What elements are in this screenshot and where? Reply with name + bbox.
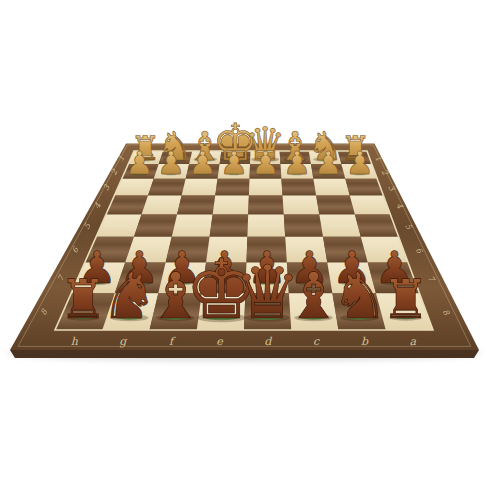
- file-label-h: h: [71, 335, 79, 348]
- black-knight-glyph: ♞: [331, 259, 388, 333]
- square-f3: [182, 179, 218, 196]
- black-rook-glyph: ♜: [59, 268, 107, 331]
- piece-black-rook: ♜: [381, 268, 429, 331]
- piece-white-pawn: ♟: [125, 145, 153, 181]
- piece-white-pawn: ♟: [220, 145, 248, 181]
- piece-white-pawn: ♟: [157, 145, 185, 181]
- white-pawn-glyph: ♟: [125, 145, 153, 181]
- white-pawn-glyph: ♟: [157, 145, 185, 181]
- chess-board: hgfedcba1234567812345678♜♞♝♚♛♝♞♜♟♟♟♟♟♟♟♟…: [0, 0, 488, 488]
- square-e4: [213, 195, 249, 214]
- piece-white-pawn: ♟: [283, 145, 311, 181]
- file-label-a: a: [410, 335, 417, 348]
- white-pawn-glyph: ♟: [188, 145, 216, 181]
- square-f5: [172, 215, 213, 237]
- square-g5: [134, 215, 177, 237]
- square-e3: [215, 179, 249, 196]
- square-d3: [249, 179, 283, 196]
- white-pawn-glyph: ♟: [314, 145, 342, 181]
- piece-white-pawn: ♟: [251, 145, 279, 181]
- white-pawn-glyph: ♟: [346, 145, 374, 181]
- square-e5: [210, 215, 249, 237]
- square-d5: [247, 215, 285, 237]
- square-g3: [148, 179, 186, 196]
- file-label-d: d: [264, 335, 272, 348]
- square-c5: [284, 215, 323, 237]
- file-label-c: c: [313, 335, 320, 348]
- white-pawn-glyph: ♟: [283, 145, 311, 181]
- file-label-b: b: [361, 335, 369, 348]
- piece-white-pawn: ♟: [314, 145, 342, 181]
- square-b5: [319, 215, 360, 237]
- square-g4: [141, 195, 181, 214]
- square-c4: [283, 195, 320, 214]
- square-d4: [248, 195, 284, 214]
- board-side-edge: [10, 350, 479, 358]
- piece-black-rook: ♜: [59, 268, 107, 331]
- white-pawn-glyph: ♟: [251, 145, 279, 181]
- square-b4: [316, 195, 355, 214]
- square-f4: [177, 195, 215, 214]
- chess-set-photo: hgfedcba1234567812345678♜♞♝♚♛♝♞♜♟♟♟♟♟♟♟♟…: [0, 0, 488, 488]
- black-rook-glyph: ♜: [381, 268, 429, 331]
- piece-white-pawn: ♟: [346, 145, 374, 181]
- photo-background: hgfedcba1234567812345678♜♞♝♚♛♝♞♜♟♟♟♟♟♟♟♟…: [0, 0, 488, 488]
- white-pawn-glyph: ♟: [220, 145, 248, 181]
- piece-white-pawn: ♟: [188, 145, 216, 181]
- piece-black-knight: ♞: [331, 259, 388, 333]
- square-c3: [281, 179, 316, 196]
- square-b3: [313, 179, 349, 196]
